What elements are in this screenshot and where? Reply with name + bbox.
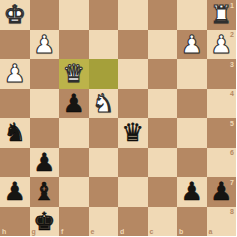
- piece-black-pawn[interactable]: ♟: [4, 177, 26, 207]
- square-d5[interactable]: ♛: [118, 118, 148, 148]
- square-a8[interactable]: 8a: [207, 207, 237, 237]
- square-c1[interactable]: [148, 0, 178, 30]
- square-a3[interactable]: 3: [207, 59, 237, 89]
- square-a5[interactable]: 5: [207, 118, 237, 148]
- square-f5[interactable]: [59, 118, 89, 148]
- square-g8[interactable]: ♚g: [30, 207, 60, 237]
- square-d7[interactable]: [118, 177, 148, 207]
- square-f8[interactable]: f: [59, 207, 89, 237]
- square-b6[interactable]: [177, 148, 207, 178]
- square-e7[interactable]: [89, 177, 119, 207]
- rank-label-5: 5: [230, 120, 234, 127]
- piece-black-pawn[interactable]: ♟: [181, 177, 203, 207]
- square-b5[interactable]: [177, 118, 207, 148]
- square-g5[interactable]: [30, 118, 60, 148]
- square-b3[interactable]: [177, 59, 207, 89]
- piece-black-pawn[interactable]: ♟: [33, 148, 55, 178]
- square-h2[interactable]: [0, 30, 30, 60]
- square-a6[interactable]: 6: [207, 148, 237, 178]
- piece-black-bishop[interactable]: ♝: [33, 177, 55, 207]
- square-e4[interactable]: ♞: [89, 89, 119, 119]
- rank-label-6: 6: [230, 149, 234, 156]
- file-label-f: f: [61, 228, 63, 235]
- piece-white-king[interactable]: ♚: [4, 0, 26, 30]
- square-a4[interactable]: 4: [207, 89, 237, 119]
- piece-white-queen[interactable]: ♛: [63, 59, 85, 89]
- piece-white-pawn[interactable]: ♟: [4, 59, 26, 89]
- rank-label-8: 8: [230, 208, 234, 215]
- square-b2[interactable]: ♟: [177, 30, 207, 60]
- piece-black-pawn[interactable]: ♟: [63, 89, 85, 119]
- square-h6[interactable]: [0, 148, 30, 178]
- piece-black-queen[interactable]: ♛: [122, 118, 144, 148]
- file-label-h: h: [2, 228, 6, 235]
- square-e5[interactable]: [89, 118, 119, 148]
- square-e6[interactable]: [89, 148, 119, 178]
- square-c3[interactable]: [148, 59, 178, 89]
- rank-label-4: 4: [230, 90, 234, 97]
- square-f6[interactable]: [59, 148, 89, 178]
- square-d8[interactable]: d: [118, 207, 148, 237]
- piece-black-pawn[interactable]: ♟: [210, 177, 232, 207]
- piece-white-knight[interactable]: ♞: [92, 89, 114, 119]
- square-c8[interactable]: c: [148, 207, 178, 237]
- square-a7[interactable]: ♟7: [207, 177, 237, 207]
- square-g6[interactable]: ♟: [30, 148, 60, 178]
- square-d1[interactable]: [118, 0, 148, 30]
- square-h3[interactable]: ♟: [0, 59, 30, 89]
- square-e8[interactable]: e: [89, 207, 119, 237]
- piece-white-pawn[interactable]: ♟: [33, 30, 55, 60]
- square-d6[interactable]: [118, 148, 148, 178]
- square-f7[interactable]: [59, 177, 89, 207]
- file-label-d: d: [120, 228, 124, 235]
- square-g2[interactable]: ♟: [30, 30, 60, 60]
- square-c5[interactable]: [148, 118, 178, 148]
- square-f3[interactable]: ♛: [59, 59, 89, 89]
- square-h1[interactable]: ♚: [0, 0, 30, 30]
- square-d2[interactable]: [118, 30, 148, 60]
- square-g1[interactable]: [30, 0, 60, 30]
- piece-white-pawn[interactable]: ♟: [181, 30, 203, 60]
- square-c4[interactable]: [148, 89, 178, 119]
- piece-black-king[interactable]: ♚: [33, 207, 55, 237]
- file-label-b: b: [179, 228, 183, 235]
- square-f1[interactable]: [59, 0, 89, 30]
- square-b8[interactable]: b: [177, 207, 207, 237]
- square-h5[interactable]: ♞: [0, 118, 30, 148]
- square-c6[interactable]: [148, 148, 178, 178]
- rank-label-3: 3: [230, 61, 234, 68]
- piece-white-pawn[interactable]: ♟: [210, 30, 232, 60]
- square-b7[interactable]: ♟: [177, 177, 207, 207]
- square-b4[interactable]: [177, 89, 207, 119]
- chess-board: ♚♜1♟♟♟2♟♛3♟♞4♞♛5♟6♟♝♟♟7h♚gfedcb8a: [0, 0, 236, 236]
- file-label-a: a: [209, 228, 213, 235]
- square-g7[interactable]: ♝: [30, 177, 60, 207]
- square-e2[interactable]: [89, 30, 119, 60]
- piece-white-rook[interactable]: ♜: [210, 0, 232, 30]
- square-d4[interactable]: [118, 89, 148, 119]
- square-e3[interactable]: [89, 59, 119, 89]
- square-d3[interactable]: [118, 59, 148, 89]
- square-e1[interactable]: [89, 0, 119, 30]
- file-label-e: e: [91, 228, 95, 235]
- piece-black-knight[interactable]: ♞: [4, 118, 26, 148]
- square-c7[interactable]: [148, 177, 178, 207]
- square-h8[interactable]: h: [0, 207, 30, 237]
- square-b1[interactable]: [177, 0, 207, 30]
- square-f4[interactable]: ♟: [59, 89, 89, 119]
- square-h7[interactable]: ♟: [0, 177, 30, 207]
- file-label-c: c: [150, 228, 154, 235]
- square-c2[interactable]: [148, 30, 178, 60]
- square-g4[interactable]: [30, 89, 60, 119]
- square-a1[interactable]: ♜1: [207, 0, 237, 30]
- square-h4[interactable]: [0, 89, 30, 119]
- square-a2[interactable]: ♟2: [207, 30, 237, 60]
- square-g3[interactable]: [30, 59, 60, 89]
- square-f2[interactable]: [59, 30, 89, 60]
